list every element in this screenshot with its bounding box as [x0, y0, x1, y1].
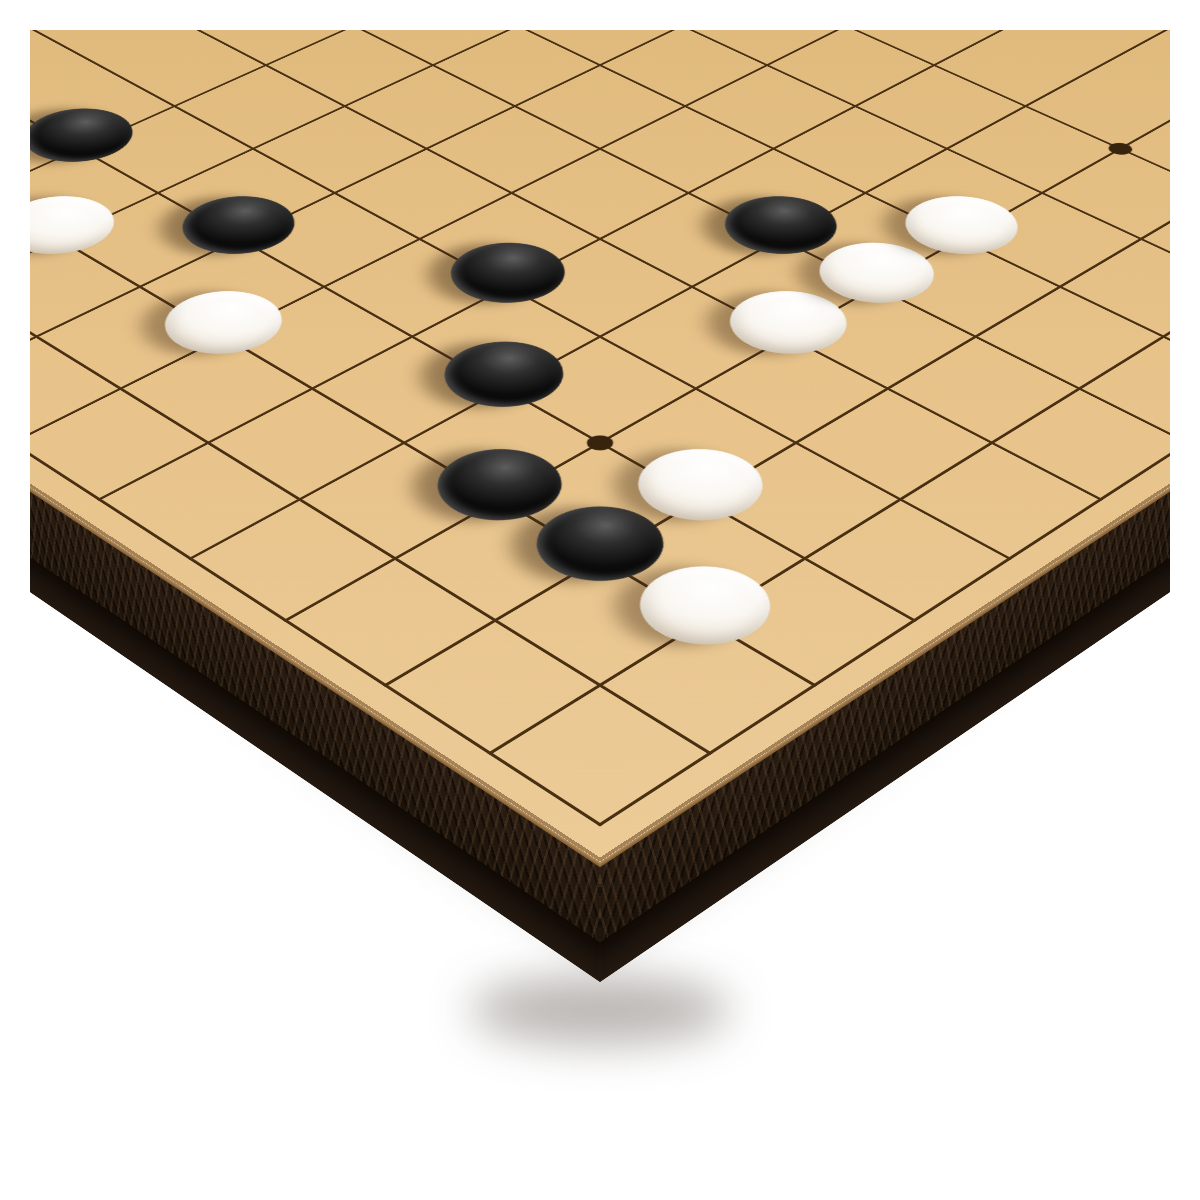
- grid-line: [0, 0, 1200, 338]
- black-stone: [427, 231, 588, 316]
- black-stone: [420, 328, 588, 420]
- grid-line: [0, 0, 920, 107]
- grid-line: [0, 0, 853, 66]
- go-board-product-photo: [0, 0, 1200, 1200]
- board-surface: [0, 0, 1200, 862]
- grid-line: [0, 0, 1200, 288]
- board-shadow-corner: [470, 975, 730, 1045]
- grid-line: [0, 0, 787, 26]
- black-stone: [3, 98, 155, 173]
- black-stone: [160, 185, 318, 267]
- grid-line: [347, 0, 1200, 66]
- go-board: [0, 0, 1200, 862]
- grid-line: [413, 0, 1200, 26]
- grid-line: [0, 0, 1200, 338]
- grid-line: [0, 0, 1200, 288]
- board-scene: [0, 0, 1200, 1200]
- white-stone: [141, 279, 305, 367]
